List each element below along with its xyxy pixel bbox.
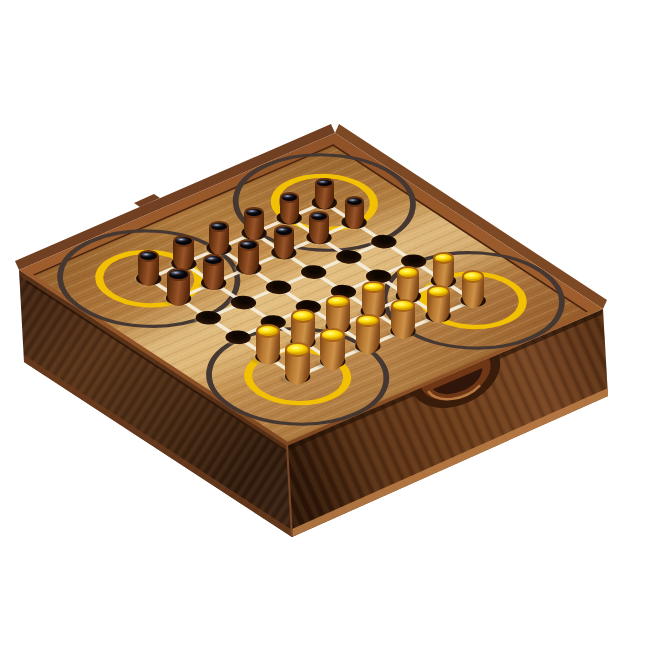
yellow-peg-r4-c5[interactable] (256, 324, 280, 367)
black-peg-r1-c3[interactable] (238, 239, 259, 276)
yellow-peg-top (427, 285, 450, 298)
black-peg-top (280, 192, 299, 203)
yellow-peg-top (256, 324, 280, 338)
black-peg-top (167, 268, 189, 281)
black-peg-top (244, 207, 264, 218)
black-peg-r1-c0[interactable] (345, 196, 364, 230)
yellow-peg-top (433, 252, 455, 264)
black-peg-r0-c2[interactable] (244, 207, 264, 242)
black-peg-top (309, 211, 329, 222)
black-peg-r1-c1[interactable] (309, 211, 329, 246)
yellow-peg-r5-c4[interactable] (320, 328, 345, 372)
black-peg-r0-c4[interactable] (173, 235, 194, 272)
yellow-peg-r5-c5[interactable] (285, 342, 310, 387)
black-peg-top (345, 196, 364, 207)
yellow-peg-top (356, 314, 380, 328)
pegs-layer (0, 0, 650, 650)
black-peg-r0-c1[interactable] (280, 192, 299, 226)
black-peg-top (315, 178, 333, 188)
surakarta-board-photo (0, 0, 650, 650)
yellow-peg-r5-c2[interactable] (391, 299, 414, 341)
yellow-peg-top (320, 328, 345, 342)
black-peg-r0-c5[interactable] (138, 250, 159, 288)
black-peg-top (138, 250, 159, 262)
black-peg-r1-c2[interactable] (274, 225, 294, 261)
black-peg-top (274, 225, 294, 237)
yellow-peg-r5-c1[interactable] (427, 285, 450, 326)
black-peg-r0-c0[interactable] (315, 178, 333, 211)
yellow-peg-top (362, 281, 385, 294)
yellow-peg-top (326, 295, 349, 308)
yellow-peg-top (462, 270, 484, 283)
yellow-peg-r5-c0[interactable] (462, 270, 484, 309)
yellow-peg-top (397, 266, 419, 278)
black-peg-r1-c4[interactable] (203, 254, 225, 292)
black-peg-r1-c5[interactable] (167, 268, 189, 307)
yellow-peg-top (285, 342, 310, 356)
yellow-peg-top (291, 309, 315, 323)
yellow-peg-r5-c3[interactable] (356, 314, 380, 357)
black-peg-r0-c3[interactable] (209, 221, 229, 257)
